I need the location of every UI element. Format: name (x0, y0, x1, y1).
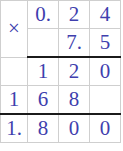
grid-cell: 7. (59, 29, 90, 58)
row-partial-product-2: 1 6 8 (1, 86, 121, 115)
grid-cell (28, 29, 59, 58)
row-product: 1. 8 0 0 (1, 114, 121, 143)
multiply-sign: × (1, 1, 28, 58)
grid-cell: 8 (59, 86, 90, 115)
row-multiplicand: × 0. 2 4 (1, 1, 121, 29)
grid-cell: 0 (59, 114, 90, 143)
grid-cell: 2 (59, 57, 90, 86)
grid-cell: 4 (90, 1, 121, 29)
long-multiplication-grid: × 0. 2 4 7. 5 1 2 0 1 6 8 1. 8 0 0 (0, 0, 121, 143)
grid-cell: 0 (90, 57, 121, 86)
grid-cell: 2 (59, 1, 90, 29)
row-partial-product-1: 1 2 0 (1, 57, 121, 86)
grid-cell: 1 (28, 57, 59, 86)
grid-cell (1, 57, 28, 86)
grid-cell: 8 (28, 114, 59, 143)
grid-cell: 6 (28, 86, 59, 115)
grid-cell: 0. (28, 1, 59, 29)
grid-cell: 1. (1, 114, 28, 143)
grid-cell: 0 (90, 114, 121, 143)
grid-cell: 1 (1, 86, 28, 115)
grid-cell (90, 86, 121, 115)
grid-cell: 5 (90, 29, 121, 58)
